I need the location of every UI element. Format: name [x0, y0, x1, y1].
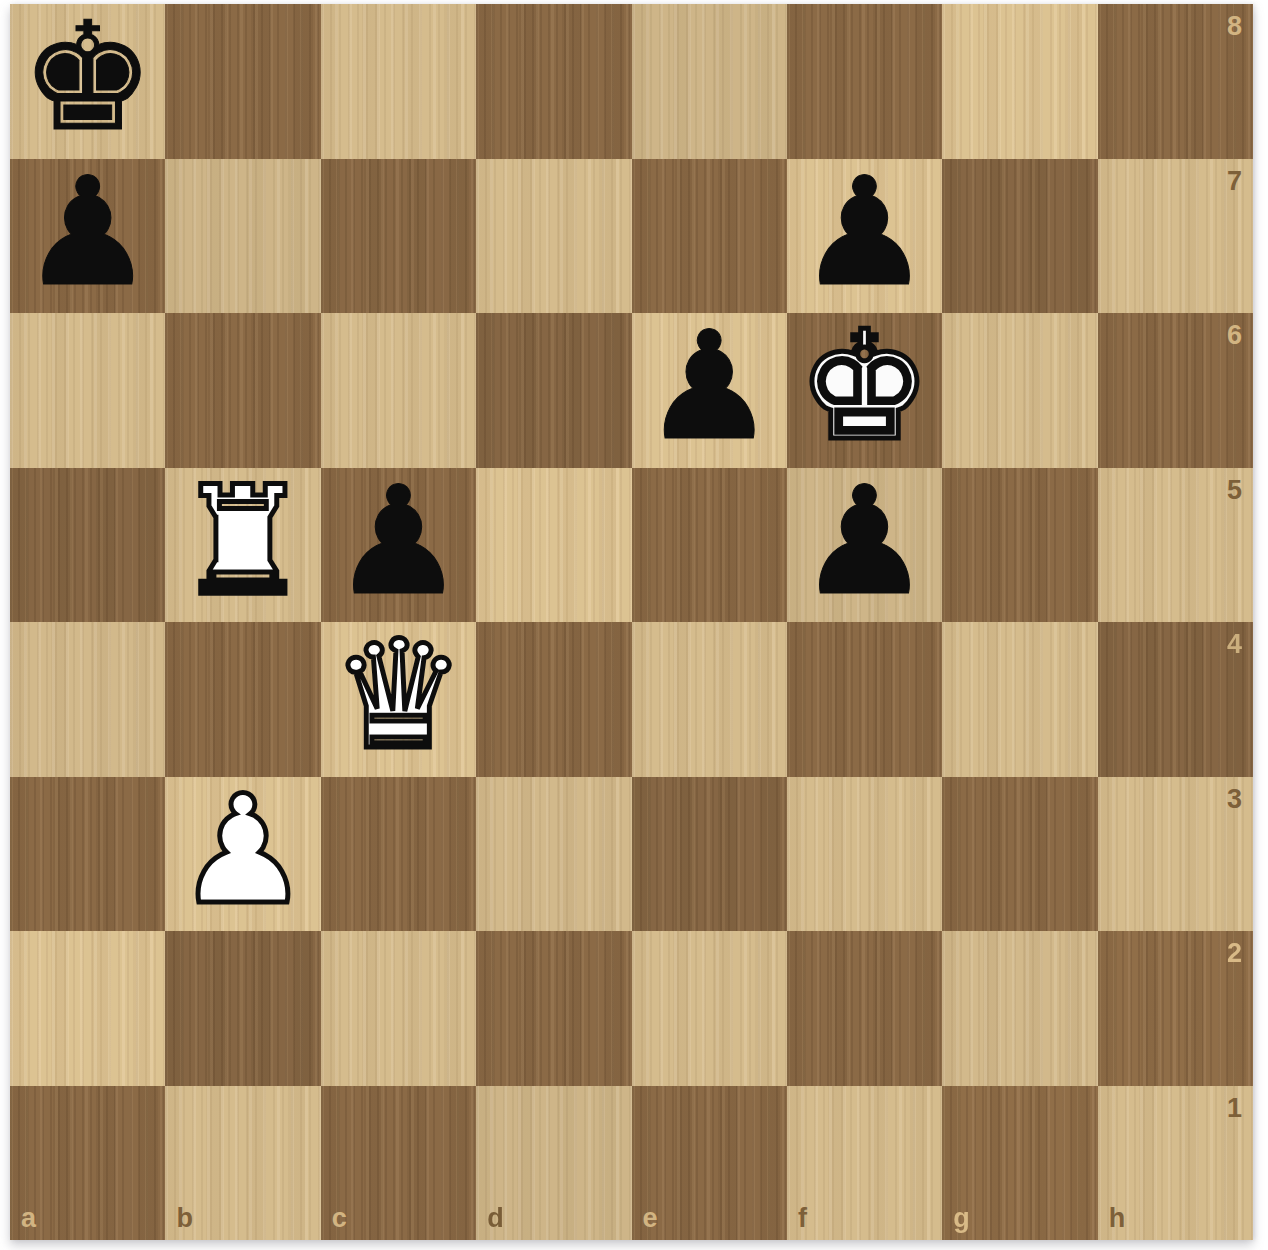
- square-h4[interactable]: 4: [1098, 622, 1253, 777]
- square-h3[interactable]: 3: [1098, 777, 1253, 932]
- file-label-a: a: [21, 1205, 36, 1232]
- square-a7[interactable]: ♟: [10, 159, 165, 314]
- square-d6[interactable]: [476, 313, 631, 468]
- rank-label-3: 3: [1227, 786, 1242, 813]
- square-c8[interactable]: [321, 4, 476, 159]
- black-pawn[interactable]: ♟: [331, 468, 465, 616]
- square-b8[interactable]: [165, 4, 320, 159]
- square-d7[interactable]: [476, 159, 631, 314]
- square-b1[interactable]: b: [165, 1086, 320, 1241]
- square-b4[interactable]: [165, 622, 320, 777]
- rank-label-6: 6: [1227, 322, 1242, 349]
- square-d8[interactable]: [476, 4, 631, 159]
- square-c7[interactable]: [321, 159, 476, 314]
- rank-label-2: 2: [1227, 940, 1242, 967]
- square-e3[interactable]: [632, 777, 787, 932]
- square-f4[interactable]: [787, 622, 942, 777]
- square-c2[interactable]: [321, 931, 476, 1086]
- square-h5[interactable]: 5: [1098, 468, 1253, 623]
- file-label-c: c: [332, 1205, 347, 1232]
- square-e5[interactable]: [632, 468, 787, 623]
- square-g8[interactable]: [942, 4, 1097, 159]
- square-e6[interactable]: ♟: [632, 313, 787, 468]
- square-d5[interactable]: [476, 468, 631, 623]
- square-f5[interactable]: ♟: [787, 468, 942, 623]
- black-king[interactable]: ♚: [20, 4, 154, 152]
- square-a3[interactable]: [10, 777, 165, 932]
- board-grid: ♚8♟♟7♟♚6♜♟♟5♛4♟32abcdefgh1: [10, 4, 1253, 1240]
- square-a8[interactable]: ♚: [10, 4, 165, 159]
- black-pawn[interactable]: ♟: [797, 468, 931, 616]
- square-a6[interactable]: [10, 313, 165, 468]
- rank-label-7: 7: [1227, 168, 1242, 195]
- square-g5[interactable]: [942, 468, 1097, 623]
- square-c3[interactable]: [321, 777, 476, 932]
- white-queen[interactable]: ♛: [331, 622, 465, 770]
- black-pawn[interactable]: ♟: [797, 159, 931, 307]
- square-g2[interactable]: [942, 931, 1097, 1086]
- square-f1[interactable]: f: [787, 1086, 942, 1241]
- square-h6[interactable]: 6: [1098, 313, 1253, 468]
- square-a5[interactable]: [10, 468, 165, 623]
- file-label-f: f: [798, 1205, 807, 1232]
- square-f2[interactable]: [787, 931, 942, 1086]
- square-b6[interactable]: [165, 313, 320, 468]
- file-label-g: g: [953, 1205, 970, 1232]
- file-label-b: b: [176, 1205, 193, 1232]
- square-c4[interactable]: ♛: [321, 622, 476, 777]
- white-king[interactable]: ♚: [797, 313, 931, 461]
- square-b7[interactable]: [165, 159, 320, 314]
- square-b2[interactable]: [165, 931, 320, 1086]
- square-h8[interactable]: 8: [1098, 4, 1253, 159]
- square-c6[interactable]: [321, 313, 476, 468]
- square-d2[interactable]: [476, 931, 631, 1086]
- white-pawn[interactable]: ♟: [176, 777, 310, 925]
- rank-label-5: 5: [1227, 477, 1242, 504]
- square-c5[interactable]: ♟: [321, 468, 476, 623]
- black-pawn[interactable]: ♟: [20, 159, 154, 307]
- file-label-d: d: [487, 1205, 504, 1232]
- square-b3[interactable]: ♟: [165, 777, 320, 932]
- square-b5[interactable]: ♜: [165, 468, 320, 623]
- square-e4[interactable]: [632, 622, 787, 777]
- file-label-e: e: [643, 1205, 658, 1232]
- square-g4[interactable]: [942, 622, 1097, 777]
- square-a2[interactable]: [10, 931, 165, 1086]
- square-d1[interactable]: d: [476, 1086, 631, 1241]
- square-h2[interactable]: 2: [1098, 931, 1253, 1086]
- square-a4[interactable]: [10, 622, 165, 777]
- square-a1[interactable]: a: [10, 1086, 165, 1241]
- square-e7[interactable]: [632, 159, 787, 314]
- square-d3[interactable]: [476, 777, 631, 932]
- square-g3[interactable]: [942, 777, 1097, 932]
- black-pawn[interactable]: ♟: [642, 313, 776, 461]
- square-f7[interactable]: ♟: [787, 159, 942, 314]
- square-g1[interactable]: g: [942, 1086, 1097, 1241]
- square-f8[interactable]: [787, 4, 942, 159]
- square-f6[interactable]: ♚: [787, 313, 942, 468]
- rank-label-8: 8: [1227, 13, 1242, 40]
- file-label-h: h: [1109, 1205, 1126, 1232]
- chess-board: ♚8♟♟7♟♚6♜♟♟5♛4♟32abcdefgh1: [10, 4, 1253, 1240]
- square-e2[interactable]: [632, 931, 787, 1086]
- square-e8[interactable]: [632, 4, 787, 159]
- square-f3[interactable]: [787, 777, 942, 932]
- square-c1[interactable]: c: [321, 1086, 476, 1241]
- square-h7[interactable]: 7: [1098, 159, 1253, 314]
- square-h1[interactable]: h1: [1098, 1086, 1253, 1241]
- square-e1[interactable]: e: [632, 1086, 787, 1241]
- square-g6[interactable]: [942, 313, 1097, 468]
- white-rook[interactable]: ♜: [176, 468, 310, 616]
- square-g7[interactable]: [942, 159, 1097, 314]
- square-d4[interactable]: [476, 622, 631, 777]
- rank-label-4: 4: [1227, 631, 1242, 658]
- rank-label-1: 1: [1227, 1095, 1242, 1122]
